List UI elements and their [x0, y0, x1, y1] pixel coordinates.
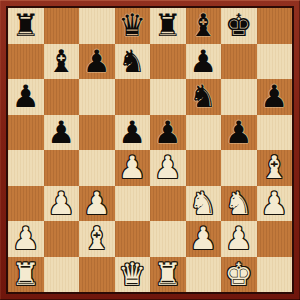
square-a6[interactable]: ♟ [8, 79, 44, 115]
piece-white-king[interactable]: ♚ [225, 259, 253, 290]
piece-black-rook[interactable]: ♜ [12, 10, 40, 41]
piece-black-queen[interactable]: ♛ [118, 10, 146, 41]
piece-black-bishop[interactable]: ♝ [47, 46, 75, 77]
square-e2[interactable] [150, 221, 186, 257]
square-e7[interactable] [150, 44, 186, 80]
piece-white-bishop[interactable]: ♝ [83, 223, 111, 254]
square-f5[interactable] [186, 115, 222, 151]
square-c6[interactable] [79, 79, 115, 115]
square-e4[interactable]: ♟ [150, 150, 186, 186]
piece-white-knight[interactable]: ♞ [189, 188, 217, 219]
square-c2[interactable]: ♝ [79, 221, 115, 257]
piece-white-pawn[interactable]: ♟ [83, 188, 111, 219]
square-b6[interactable] [44, 79, 80, 115]
chess-board: ♜♛♜♝♚♝♟♞♟♟♞♟♟♟♟♟♟♟♝♟♟♞♞♟♟♝♟♟♜♛♜♚ [8, 8, 292, 292]
square-a5[interactable] [8, 115, 44, 151]
square-g2[interactable]: ♟ [221, 221, 257, 257]
square-d6[interactable] [115, 79, 151, 115]
piece-black-bishop[interactable]: ♝ [189, 10, 217, 41]
square-a3[interactable] [8, 186, 44, 222]
piece-white-rook[interactable]: ♜ [12, 259, 40, 290]
square-h1[interactable] [257, 257, 293, 293]
square-e8[interactable]: ♜ [150, 8, 186, 44]
piece-black-knight[interactable]: ♞ [189, 81, 217, 112]
square-g3[interactable]: ♞ [221, 186, 257, 222]
square-d4[interactable]: ♟ [115, 150, 151, 186]
square-b4[interactable] [44, 150, 80, 186]
square-g7[interactable] [221, 44, 257, 80]
square-c8[interactable] [79, 8, 115, 44]
square-c7[interactable]: ♟ [79, 44, 115, 80]
piece-white-pawn[interactable]: ♟ [154, 152, 182, 183]
piece-white-queen[interactable]: ♛ [118, 259, 146, 290]
square-a8[interactable]: ♜ [8, 8, 44, 44]
square-g4[interactable] [221, 150, 257, 186]
square-e6[interactable] [150, 79, 186, 115]
square-a7[interactable] [8, 44, 44, 80]
square-e5[interactable]: ♟ [150, 115, 186, 151]
square-h7[interactable] [257, 44, 293, 80]
piece-white-knight[interactable]: ♞ [225, 188, 253, 219]
square-d3[interactable] [115, 186, 151, 222]
square-h3[interactable]: ♟ [257, 186, 293, 222]
square-h8[interactable] [257, 8, 293, 44]
piece-black-pawn[interactable]: ♟ [260, 81, 288, 112]
square-a1[interactable]: ♜ [8, 257, 44, 293]
square-d7[interactable]: ♞ [115, 44, 151, 80]
square-d2[interactable] [115, 221, 151, 257]
square-f4[interactable] [186, 150, 222, 186]
square-f7[interactable]: ♟ [186, 44, 222, 80]
square-h2[interactable] [257, 221, 293, 257]
square-f1[interactable] [186, 257, 222, 293]
square-h6[interactable]: ♟ [257, 79, 293, 115]
piece-black-knight[interactable]: ♞ [118, 46, 146, 77]
square-b2[interactable] [44, 221, 80, 257]
piece-black-pawn[interactable]: ♟ [225, 117, 253, 148]
square-b3[interactable]: ♟ [44, 186, 80, 222]
piece-black-rook[interactable]: ♜ [154, 10, 182, 41]
square-g1[interactable]: ♚ [221, 257, 257, 293]
square-b5[interactable]: ♟ [44, 115, 80, 151]
square-d1[interactable]: ♛ [115, 257, 151, 293]
square-d8[interactable]: ♛ [115, 8, 151, 44]
piece-black-pawn[interactable]: ♟ [118, 117, 146, 148]
square-a4[interactable] [8, 150, 44, 186]
square-c5[interactable] [79, 115, 115, 151]
piece-white-pawn[interactable]: ♟ [47, 188, 75, 219]
piece-white-pawn[interactable]: ♟ [12, 223, 40, 254]
piece-white-pawn[interactable]: ♟ [118, 152, 146, 183]
square-h5[interactable] [257, 115, 293, 151]
square-a2[interactable]: ♟ [8, 221, 44, 257]
piece-black-pawn[interactable]: ♟ [12, 81, 40, 112]
square-f8[interactable]: ♝ [186, 8, 222, 44]
square-e3[interactable] [150, 186, 186, 222]
piece-white-pawn[interactable]: ♟ [260, 188, 288, 219]
piece-black-pawn[interactable]: ♟ [154, 117, 182, 148]
piece-white-pawn[interactable]: ♟ [189, 223, 217, 254]
square-f6[interactable]: ♞ [186, 79, 222, 115]
square-c4[interactable] [79, 150, 115, 186]
piece-white-rook[interactable]: ♜ [154, 259, 182, 290]
board-frame: ♜♛♜♝♚♝♟♞♟♟♞♟♟♟♟♟♟♟♝♟♟♞♞♟♟♝♟♟♜♛♜♚ [0, 0, 300, 300]
square-c3[interactable]: ♟ [79, 186, 115, 222]
piece-black-pawn[interactable]: ♟ [189, 46, 217, 77]
piece-white-bishop[interactable]: ♝ [260, 152, 288, 183]
square-b1[interactable] [44, 257, 80, 293]
square-f2[interactable]: ♟ [186, 221, 222, 257]
piece-black-pawn[interactable]: ♟ [83, 46, 111, 77]
square-e1[interactable]: ♜ [150, 257, 186, 293]
piece-white-pawn[interactable]: ♟ [225, 223, 253, 254]
square-g5[interactable]: ♟ [221, 115, 257, 151]
square-d5[interactable]: ♟ [115, 115, 151, 151]
piece-black-pawn[interactable]: ♟ [47, 117, 75, 148]
square-g6[interactable] [221, 79, 257, 115]
square-g8[interactable]: ♚ [221, 8, 257, 44]
square-b7[interactable]: ♝ [44, 44, 80, 80]
square-c1[interactable] [79, 257, 115, 293]
square-f3[interactable]: ♞ [186, 186, 222, 222]
square-b8[interactable] [44, 8, 80, 44]
piece-black-king[interactable]: ♚ [225, 10, 253, 41]
square-h4[interactable]: ♝ [257, 150, 293, 186]
